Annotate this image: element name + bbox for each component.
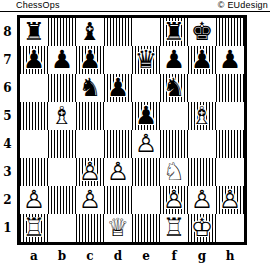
square-b8[interactable] xyxy=(48,18,76,46)
white-knight: ♞♘ xyxy=(160,158,188,186)
white-pawn: ♟♙ xyxy=(76,186,104,214)
rank-label-6: 6 xyxy=(0,74,15,102)
square-h2[interactable]: ♟♙ xyxy=(216,186,244,214)
square-e1[interactable] xyxy=(132,214,160,242)
white-pawn: ♟♙ xyxy=(104,158,132,186)
black-pawn: ♟♟ xyxy=(48,46,76,74)
square-e4[interactable]: ♟♙ xyxy=(132,130,160,158)
chess-board: ♜♜♝♝♜♜♚♚♟♟♟♟♟♟♛♛♟♟♟♟♟♟♞♞♟♟♞♞♝♗♟♟♝♗♟♙♟♙♟♙… xyxy=(17,15,247,245)
black-knight: ♞♞ xyxy=(76,74,104,102)
file-label-f: f xyxy=(160,249,188,263)
file-label-g: g xyxy=(188,249,216,263)
rank-label-8: 8 xyxy=(0,18,15,46)
square-g7[interactable]: ♟♟ xyxy=(188,46,216,74)
black-pawn: ♟♟ xyxy=(132,102,160,130)
black-knight: ♞♞ xyxy=(160,74,188,102)
square-c3[interactable]: ♟♙ xyxy=(76,158,104,186)
square-h7[interactable]: ♟♟ xyxy=(216,46,244,74)
square-e7[interactable]: ♛♛ xyxy=(132,46,160,74)
white-queen: ♛♕ xyxy=(104,214,132,242)
white-bishop: ♝♗ xyxy=(48,102,76,130)
black-bishop: ♝♝ xyxy=(76,18,104,46)
square-f2[interactable]: ♟♙ xyxy=(160,186,188,214)
square-a7[interactable]: ♟♟ xyxy=(20,46,48,74)
square-d1[interactable]: ♛♕ xyxy=(104,214,132,242)
black-pawn: ♟♟ xyxy=(188,46,216,74)
black-king: ♚♚ xyxy=(188,18,216,46)
square-f5[interactable] xyxy=(160,102,188,130)
chess-diagram-page: ChessOps © EUdesign 87654321 ♜♜♝♝♜♜♚♚♟♟♟… xyxy=(0,0,270,270)
white-pawn: ♟♙ xyxy=(160,186,188,214)
white-bishop: ♝♗ xyxy=(188,102,216,130)
rank-labels: 87654321 xyxy=(0,18,15,242)
square-f6[interactable]: ♞♞ xyxy=(160,74,188,102)
square-e6[interactable] xyxy=(132,74,160,102)
file-label-e: e xyxy=(132,249,160,263)
square-a3[interactable] xyxy=(20,158,48,186)
black-pawn: ♟♟ xyxy=(20,46,48,74)
square-g5[interactable]: ♝♗ xyxy=(188,102,216,130)
square-h6[interactable] xyxy=(216,74,244,102)
file-label-c: c xyxy=(76,249,104,263)
square-e5[interactable]: ♟♟ xyxy=(132,102,160,130)
square-f1[interactable]: ♜♖ xyxy=(160,214,188,242)
square-c1[interactable] xyxy=(76,214,104,242)
square-b1[interactable] xyxy=(48,214,76,242)
square-f3[interactable]: ♞♘ xyxy=(160,158,188,186)
square-g3[interactable] xyxy=(188,158,216,186)
square-a8[interactable]: ♜♜ xyxy=(20,18,48,46)
rank-label-2: 2 xyxy=(0,186,15,214)
square-a5[interactable] xyxy=(20,102,48,130)
square-h4[interactable] xyxy=(216,130,244,158)
square-e8[interactable] xyxy=(132,18,160,46)
square-f4[interactable] xyxy=(160,130,188,158)
square-h3[interactable] xyxy=(216,158,244,186)
header: ChessOps © EUdesign xyxy=(0,0,270,12)
white-pawn: ♟♙ xyxy=(216,186,244,214)
rank-label-1: 1 xyxy=(0,214,15,242)
square-f8[interactable]: ♜♜ xyxy=(160,18,188,46)
square-g6[interactable] xyxy=(188,74,216,102)
square-d2[interactable] xyxy=(104,186,132,214)
black-pawn: ♟♟ xyxy=(76,46,104,74)
square-d5[interactable] xyxy=(104,102,132,130)
square-e2[interactable] xyxy=(132,186,160,214)
file-label-h: h xyxy=(216,249,244,263)
square-d3[interactable]: ♟♙ xyxy=(104,158,132,186)
rank-label-4: 4 xyxy=(0,130,15,158)
square-b3[interactable] xyxy=(48,158,76,186)
square-d7[interactable] xyxy=(104,46,132,74)
white-pawn: ♟♙ xyxy=(132,130,160,158)
black-rook: ♜♜ xyxy=(160,18,188,46)
square-b5[interactable]: ♝♗ xyxy=(48,102,76,130)
square-b4[interactable] xyxy=(48,130,76,158)
square-g2[interactable]: ♟♙ xyxy=(188,186,216,214)
white-pawn: ♟♙ xyxy=(188,186,216,214)
white-king: ♚♔ xyxy=(188,214,216,242)
square-c7[interactable]: ♟♟ xyxy=(76,46,104,74)
black-pawn: ♟♟ xyxy=(160,46,188,74)
white-rook: ♜♖ xyxy=(160,214,188,242)
square-h5[interactable] xyxy=(216,102,244,130)
square-a6[interactable] xyxy=(20,74,48,102)
square-c6[interactable]: ♞♞ xyxy=(76,74,104,102)
square-b7[interactable]: ♟♟ xyxy=(48,46,76,74)
file-label-d: d xyxy=(104,249,132,263)
square-b6[interactable] xyxy=(48,74,76,102)
black-pawn: ♟♟ xyxy=(104,74,132,102)
square-f7[interactable]: ♟♟ xyxy=(160,46,188,74)
square-a1[interactable]: ♜♖ xyxy=(20,214,48,242)
square-g4[interactable] xyxy=(188,130,216,158)
square-c5[interactable] xyxy=(76,102,104,130)
square-d6[interactable]: ♟♟ xyxy=(104,74,132,102)
square-g8[interactable]: ♚♚ xyxy=(188,18,216,46)
square-h8[interactable] xyxy=(216,18,244,46)
black-queen: ♛♛ xyxy=(132,46,160,74)
square-a4[interactable] xyxy=(20,130,48,158)
square-b2[interactable] xyxy=(48,186,76,214)
rank-label-5: 5 xyxy=(0,102,15,130)
square-a2[interactable]: ♟♙ xyxy=(20,186,48,214)
file-label-b: b xyxy=(48,249,76,263)
file-label-a: a xyxy=(20,249,48,263)
rank-label-7: 7 xyxy=(0,46,15,74)
square-d8[interactable] xyxy=(104,18,132,46)
square-c2[interactable]: ♟♙ xyxy=(76,186,104,214)
rank-label-3: 3 xyxy=(0,158,15,186)
file-labels: abcdefgh xyxy=(20,249,244,263)
white-rook: ♜♖ xyxy=(20,214,48,242)
app-title: ChessOps xyxy=(16,0,60,11)
square-e3[interactable] xyxy=(132,158,160,186)
square-c4[interactable] xyxy=(76,130,104,158)
square-c8[interactable]: ♝♝ xyxy=(76,18,104,46)
copyright-label: © EUdesign xyxy=(218,0,268,11)
black-rook: ♜♜ xyxy=(20,18,48,46)
white-pawn: ♟♙ xyxy=(76,158,104,186)
square-h1[interactable] xyxy=(216,214,244,242)
black-pawn: ♟♟ xyxy=(216,46,244,74)
square-d4[interactable] xyxy=(104,130,132,158)
square-g1[interactable]: ♚♔ xyxy=(188,214,216,242)
white-pawn: ♟♙ xyxy=(20,186,48,214)
